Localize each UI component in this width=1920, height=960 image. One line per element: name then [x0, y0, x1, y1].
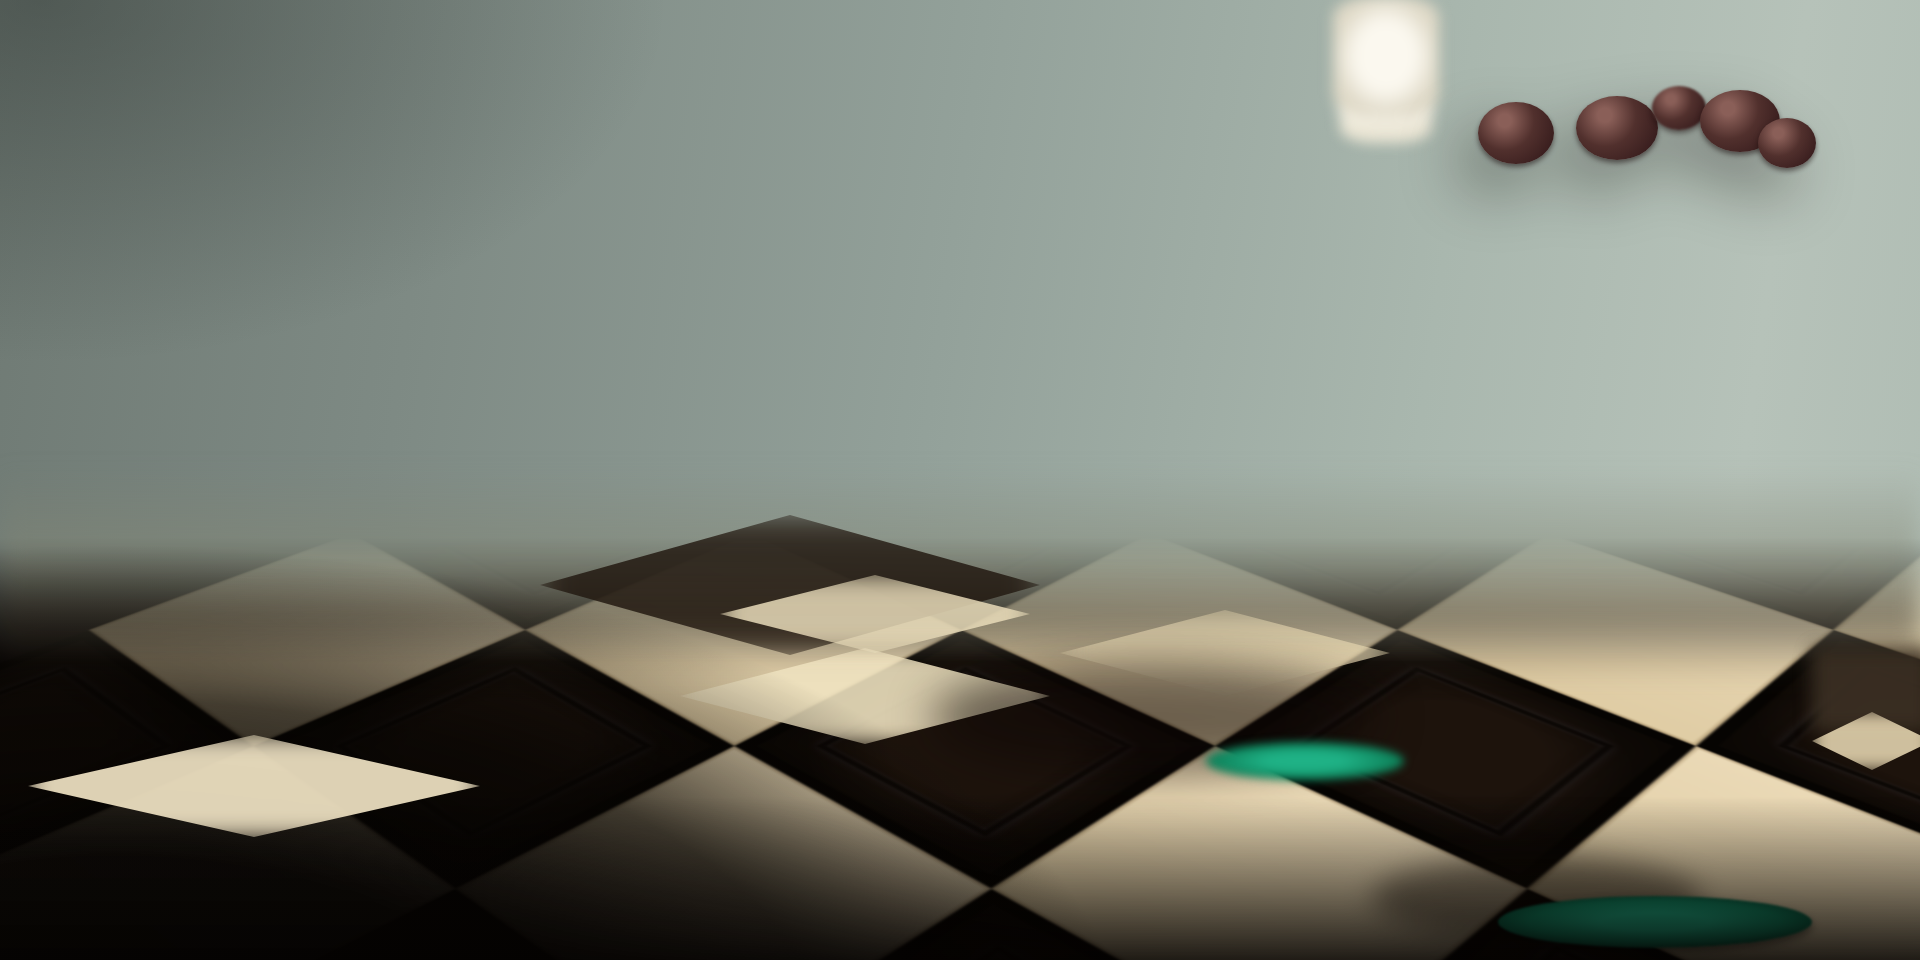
white-queen-piece: ♛	[1470, 58, 1820, 940]
queen-crown-bead-2	[1576, 96, 1658, 160]
queen-crown-bead-1	[1478, 102, 1554, 164]
king-white-finial	[1333, 0, 1439, 116]
queen-crown-bead-3	[1652, 86, 1706, 130]
chessboard-photo: ♚ ♛	[0, 0, 1920, 960]
queen-crown-bead-5	[1758, 118, 1816, 168]
black-king-piece: ♚	[1195, 0, 1495, 780]
